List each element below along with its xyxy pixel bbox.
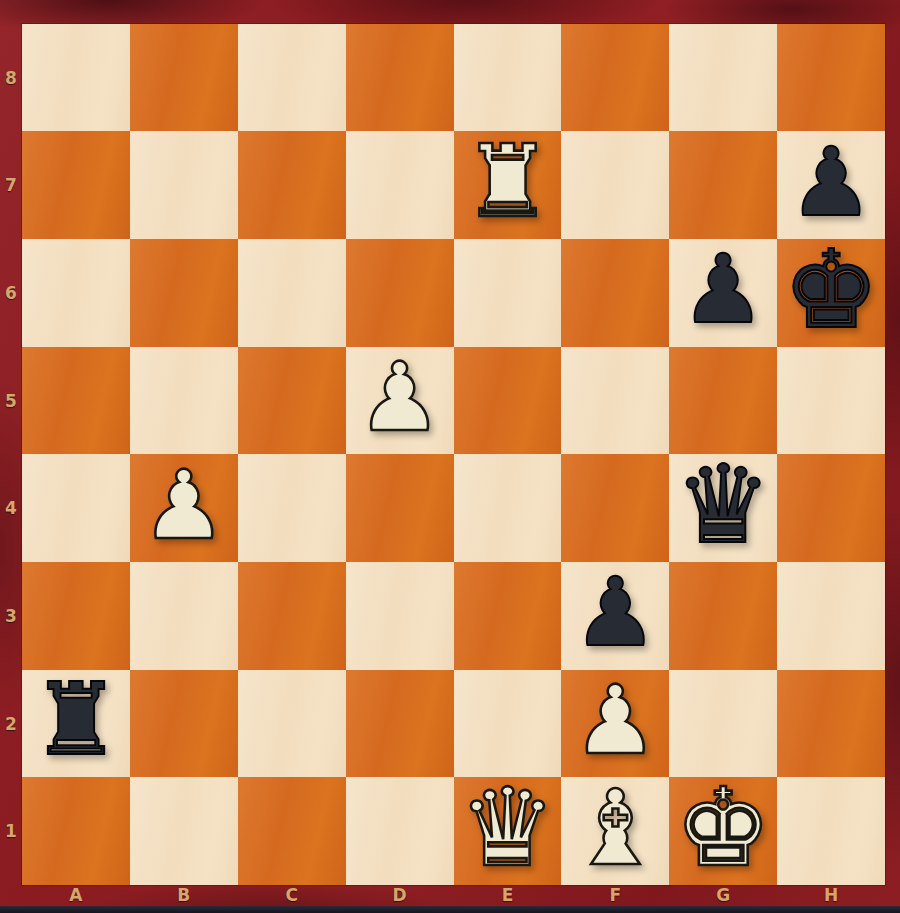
square-g6[interactable]: ♟ xyxy=(669,239,777,347)
square-b1[interactable] xyxy=(130,777,238,885)
piece-black-king-h6[interactable]: ♚ xyxy=(783,236,880,344)
square-f6[interactable] xyxy=(561,239,669,347)
square-c2[interactable] xyxy=(238,670,346,777)
square-d1[interactable] xyxy=(346,777,454,885)
square-b6[interactable] xyxy=(130,239,238,347)
square-d4[interactable] xyxy=(346,454,454,562)
square-e1[interactable]: ♛ xyxy=(454,777,562,885)
square-f5[interactable] xyxy=(561,347,669,454)
piece-black-queen-g4[interactable]: ♛ xyxy=(675,451,772,559)
square-g5[interactable] xyxy=(669,347,777,454)
square-g4[interactable]: ♛ xyxy=(669,454,777,562)
square-h2[interactable] xyxy=(777,670,885,777)
square-a6[interactable] xyxy=(22,239,130,347)
rank-label-4: 4 xyxy=(0,455,22,563)
square-d2[interactable] xyxy=(346,670,454,777)
piece-white-queen-e1[interactable]: ♛ xyxy=(459,774,556,882)
square-b5[interactable] xyxy=(130,347,238,454)
square-f2[interactable]: ♟ xyxy=(561,670,669,777)
square-f8[interactable] xyxy=(561,24,669,131)
square-d3[interactable] xyxy=(346,562,454,669)
rank-label-6: 6 xyxy=(0,239,22,347)
square-h4[interactable] xyxy=(777,454,885,562)
square-b3[interactable] xyxy=(130,562,238,669)
square-b2[interactable] xyxy=(130,670,238,777)
square-d6[interactable] xyxy=(346,239,454,347)
rank-label-3: 3 xyxy=(0,562,22,670)
square-a1[interactable] xyxy=(22,777,130,885)
square-g3[interactable] xyxy=(669,562,777,669)
square-h8[interactable] xyxy=(777,24,885,131)
square-e2[interactable] xyxy=(454,670,562,777)
piece-black-pawn-f3[interactable]: ♟ xyxy=(573,565,658,660)
rank-label-7: 7 xyxy=(0,132,22,240)
file-labels: ABCDEFGH xyxy=(22,884,885,906)
piece-black-rook-a2[interactable]: ♜ xyxy=(31,670,121,770)
file-label-e: E xyxy=(454,884,562,906)
square-g2[interactable] xyxy=(669,670,777,777)
square-d5[interactable]: ♟ xyxy=(346,347,454,454)
file-label-d: D xyxy=(346,884,454,906)
piece-white-rook-e7[interactable]: ♜ xyxy=(463,132,553,232)
square-b7[interactable] xyxy=(130,131,238,238)
square-a3[interactable] xyxy=(22,562,130,669)
file-label-a: A xyxy=(22,884,130,906)
square-c1[interactable] xyxy=(238,777,346,885)
square-c7[interactable] xyxy=(238,131,346,238)
square-b8[interactable] xyxy=(130,24,238,131)
square-c8[interactable] xyxy=(238,24,346,131)
square-g7[interactable] xyxy=(669,131,777,238)
square-h5[interactable] xyxy=(777,347,885,454)
square-e6[interactable] xyxy=(454,239,562,347)
file-label-c: C xyxy=(238,884,346,906)
square-h1[interactable] xyxy=(777,777,885,885)
file-label-b: B xyxy=(130,884,238,906)
square-a4[interactable] xyxy=(22,454,130,562)
square-e3[interactable] xyxy=(454,562,562,669)
square-f4[interactable] xyxy=(561,454,669,562)
square-e5[interactable] xyxy=(454,347,562,454)
square-a5[interactable] xyxy=(22,347,130,454)
square-a8[interactable] xyxy=(22,24,130,131)
square-h6[interactable]: ♚ xyxy=(777,239,885,347)
square-d7[interactable] xyxy=(346,131,454,238)
square-c5[interactable] xyxy=(238,347,346,454)
rank-label-8: 8 xyxy=(0,24,22,132)
bottom-edge-strip xyxy=(0,906,900,913)
square-c6[interactable] xyxy=(238,239,346,347)
square-h3[interactable] xyxy=(777,562,885,669)
square-a2[interactable]: ♜ xyxy=(22,670,130,777)
piece-white-pawn-b4[interactable]: ♟ xyxy=(141,458,226,553)
piece-black-pawn-h7[interactable]: ♟ xyxy=(788,135,873,230)
rank-label-5: 5 xyxy=(0,347,22,455)
square-e7[interactable]: ♜ xyxy=(454,131,562,238)
square-f3[interactable]: ♟ xyxy=(561,562,669,669)
rank-label-1: 1 xyxy=(0,777,22,885)
square-e4[interactable] xyxy=(454,454,562,562)
rank-labels: 87654321 xyxy=(0,24,22,885)
file-label-g: G xyxy=(669,884,777,906)
square-f1[interactable]: ♝ xyxy=(561,777,669,885)
piece-black-pawn-g6[interactable]: ♟ xyxy=(681,242,766,337)
piece-white-king-g1[interactable]: ♚ xyxy=(675,774,772,882)
square-f7[interactable] xyxy=(561,131,669,238)
piece-white-pawn-d5[interactable]: ♟ xyxy=(357,350,442,445)
chess-board: ♜♟♟♚♟♟♛♟♜♟♛♝♚ xyxy=(22,24,885,885)
piece-white-bishop-f1[interactable]: ♝ xyxy=(569,776,662,880)
square-e8[interactable] xyxy=(454,24,562,131)
file-label-h: H xyxy=(777,884,885,906)
square-c4[interactable] xyxy=(238,454,346,562)
square-b4[interactable]: ♟ xyxy=(130,454,238,562)
square-g8[interactable] xyxy=(669,24,777,131)
piece-white-pawn-f2[interactable]: ♟ xyxy=(573,673,658,768)
square-h7[interactable]: ♟ xyxy=(777,131,885,238)
square-a7[interactable] xyxy=(22,131,130,238)
square-d8[interactable] xyxy=(346,24,454,131)
file-label-f: F xyxy=(561,884,669,906)
rank-label-2: 2 xyxy=(0,670,22,778)
square-g1[interactable]: ♚ xyxy=(669,777,777,885)
square-c3[interactable] xyxy=(238,562,346,669)
